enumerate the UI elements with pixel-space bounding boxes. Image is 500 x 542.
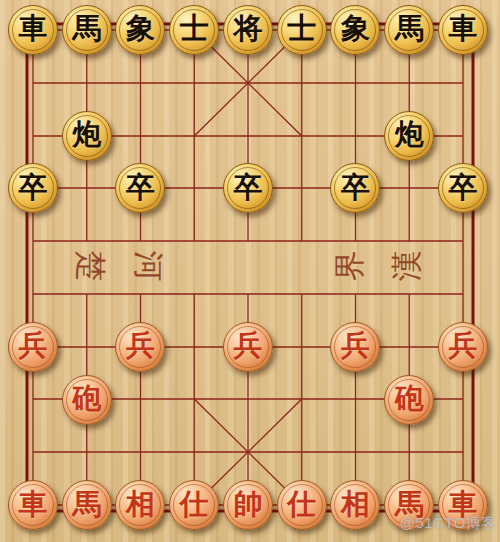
piece-character: 卒 — [448, 173, 477, 202]
piece-character: 象 — [341, 14, 370, 43]
piece-character: 卒 — [18, 173, 47, 202]
piece-character: 兵 — [126, 331, 155, 360]
piece-character: 炮 — [72, 120, 101, 149]
piece-red-砲[interactable]: 砲 — [384, 375, 434, 425]
piece-character: 相 — [341, 490, 370, 519]
piece-black-炮[interactable]: 炮 — [62, 111, 112, 161]
piece-character: 馬 — [395, 14, 424, 43]
piece-black-車[interactable]: 車 — [438, 5, 488, 55]
piece-character: 帥 — [233, 490, 262, 519]
piece-red-兵[interactable]: 兵 — [330, 322, 380, 372]
piece-black-卒[interactable]: 卒 — [8, 163, 58, 213]
piece-black-馬[interactable]: 馬 — [384, 5, 434, 55]
piece-red-兵[interactable]: 兵 — [115, 322, 165, 372]
piece-black-士[interactable]: 士 — [277, 5, 327, 55]
piece-red-車[interactable]: 車 — [8, 480, 58, 530]
piece-character: 馬 — [72, 490, 101, 519]
piece-black-卒[interactable]: 卒 — [223, 163, 273, 213]
piece-black-炮[interactable]: 炮 — [384, 111, 434, 161]
piece-character: 相 — [126, 490, 155, 519]
piece-character: 兵 — [448, 331, 477, 360]
piece-red-馬[interactable]: 馬 — [62, 480, 112, 530]
piece-black-卒[interactable]: 卒 — [330, 163, 380, 213]
piece-character: 兵 — [341, 331, 370, 360]
piece-black-士[interactable]: 士 — [169, 5, 219, 55]
piece-character: 仕 — [180, 490, 209, 519]
piece-red-相[interactable]: 相 — [330, 480, 380, 530]
piece-black-馬[interactable]: 馬 — [62, 5, 112, 55]
pieces-layer: 車馬象士将士象馬車炮炮卒卒卒卒卒兵兵兵兵兵砲砲車馬相仕帥仕相馬車 — [6, 4, 490, 532]
piece-red-相[interactable]: 相 — [115, 480, 165, 530]
piece-character: 仕 — [287, 490, 316, 519]
piece-character: 兵 — [18, 331, 47, 360]
xiangqi-board: 楚 河 界 漢 車馬象士将士象馬車炮炮卒卒卒卒卒兵兵兵兵兵砲砲車馬相仕帥仕相馬車… — [0, 0, 500, 542]
piece-red-兵[interactable]: 兵 — [8, 322, 58, 372]
piece-black-象[interactable]: 象 — [330, 5, 380, 55]
piece-black-将[interactable]: 将 — [223, 5, 273, 55]
piece-character: 士 — [180, 14, 209, 43]
piece-character: 卒 — [233, 173, 262, 202]
piece-character: 砲 — [72, 384, 101, 413]
piece-character: 砲 — [395, 384, 424, 413]
piece-red-仕[interactable]: 仕 — [169, 480, 219, 530]
piece-red-兵[interactable]: 兵 — [438, 322, 488, 372]
piece-character: 卒 — [126, 173, 155, 202]
watermark: @51CTO博客 — [400, 514, 497, 533]
piece-black-象[interactable]: 象 — [115, 5, 165, 55]
piece-character: 士 — [287, 14, 316, 43]
piece-character: 馬 — [72, 14, 101, 43]
piece-black-卒[interactable]: 卒 — [115, 163, 165, 213]
piece-black-卒[interactable]: 卒 — [438, 163, 488, 213]
piece-red-砲[interactable]: 砲 — [62, 375, 112, 425]
piece-character: 兵 — [233, 331, 262, 360]
piece-character: 象 — [126, 14, 155, 43]
piece-character: 車 — [448, 14, 477, 43]
piece-character: 将 — [233, 14, 262, 43]
piece-character: 車 — [18, 490, 47, 519]
piece-black-車[interactable]: 車 — [8, 5, 58, 55]
piece-red-帥[interactable]: 帥 — [223, 480, 273, 530]
piece-red-仕[interactable]: 仕 — [277, 480, 327, 530]
piece-character: 炮 — [395, 120, 424, 149]
piece-red-兵[interactable]: 兵 — [223, 322, 273, 372]
piece-character: 車 — [18, 14, 47, 43]
piece-character: 卒 — [341, 173, 370, 202]
